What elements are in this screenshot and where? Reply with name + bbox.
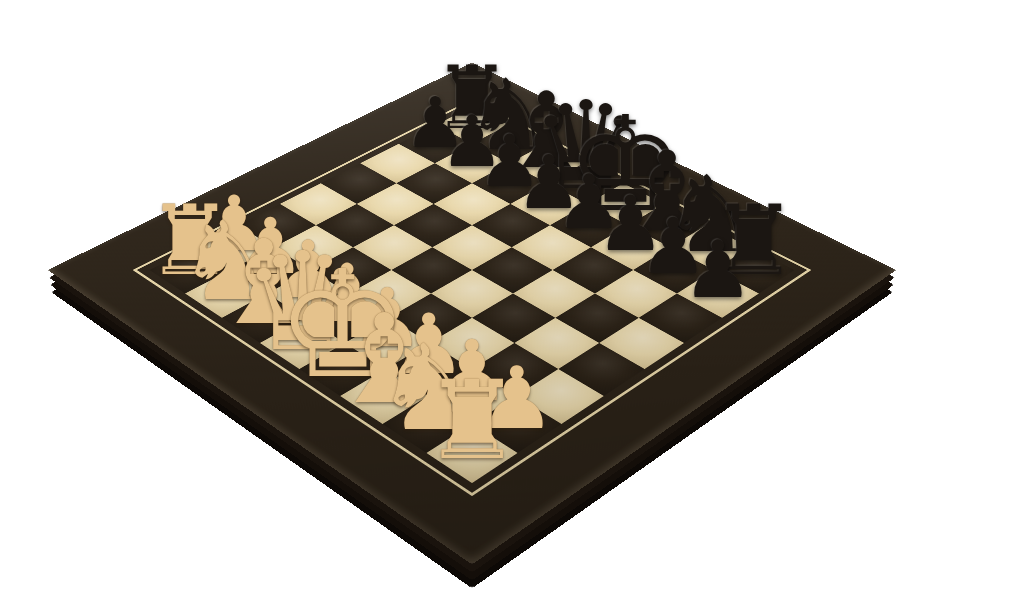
- board-frame: [48, 63, 897, 565]
- chess-set-photo: ♜♞♝♛♚♝♞♜♟♟♟♟♟♟♟♟♟♟♟♟♟♟♟♟♜♞♝♛♚♝♞♜: [0, 0, 1024, 611]
